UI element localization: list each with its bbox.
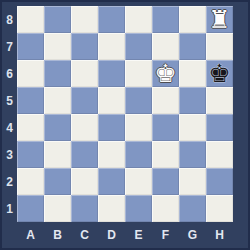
rank-label-4: 4 (2, 114, 17, 141)
file-label-f: F (152, 228, 179, 242)
file-label-a: A (17, 228, 44, 242)
square-d7[interactable] (98, 33, 125, 60)
square-f1[interactable] (152, 195, 179, 222)
file-label-c: C (71, 228, 98, 242)
square-d6[interactable] (98, 60, 125, 87)
square-c5[interactable] (71, 87, 98, 114)
square-g6[interactable] (179, 60, 206, 87)
square-b4[interactable] (44, 114, 71, 141)
rank-label-3: 3 (2, 141, 17, 168)
square-f3[interactable] (152, 141, 179, 168)
square-b2[interactable] (44, 168, 71, 195)
file-label-e: E (125, 228, 152, 242)
square-d2[interactable] (98, 168, 125, 195)
square-g5[interactable] (179, 87, 206, 114)
square-c8[interactable] (71, 6, 98, 33)
chess-diagram-frame: 87654321 ♜♚♚ ABCDEFGH (0, 0, 250, 250)
square-b8[interactable] (44, 6, 71, 33)
rank-label-7: 7 (2, 33, 17, 60)
square-e2[interactable] (125, 168, 152, 195)
square-a2[interactable] (17, 168, 44, 195)
file-label-d: D (98, 228, 125, 242)
square-e4[interactable] (125, 114, 152, 141)
chess-board: ♜♚♚ (17, 6, 233, 222)
white-king-f6[interactable]: ♚ (154, 60, 176, 87)
square-g7[interactable] (179, 33, 206, 60)
square-h1[interactable] (206, 195, 233, 222)
square-h6[interactable]: ♚ (206, 60, 233, 87)
square-c6[interactable] (71, 60, 98, 87)
square-d8[interactable] (98, 6, 125, 33)
square-h2[interactable] (206, 168, 233, 195)
square-f5[interactable] (152, 87, 179, 114)
square-e7[interactable] (125, 33, 152, 60)
square-h7[interactable] (206, 33, 233, 60)
square-a8[interactable] (17, 6, 44, 33)
file-label-g: G (179, 228, 206, 242)
square-g2[interactable] (179, 168, 206, 195)
square-c4[interactable] (71, 114, 98, 141)
square-c3[interactable] (71, 141, 98, 168)
rank-label-1: 1 (2, 195, 17, 222)
square-h4[interactable] (206, 114, 233, 141)
square-e6[interactable] (125, 60, 152, 87)
square-c2[interactable] (71, 168, 98, 195)
square-b1[interactable] (44, 195, 71, 222)
square-a6[interactable] (17, 60, 44, 87)
square-g8[interactable] (179, 6, 206, 33)
square-d3[interactable] (98, 141, 125, 168)
rank-label-8: 8 (2, 6, 17, 33)
black-king-h6[interactable]: ♚ (208, 60, 230, 87)
square-f2[interactable] (152, 168, 179, 195)
file-label-h: H (206, 228, 233, 242)
square-c1[interactable] (71, 195, 98, 222)
white-rook-h8[interactable]: ♜ (208, 6, 230, 33)
square-f8[interactable] (152, 6, 179, 33)
square-d5[interactable] (98, 87, 125, 114)
square-h5[interactable] (206, 87, 233, 114)
square-f6[interactable]: ♚ (152, 60, 179, 87)
square-g4[interactable] (179, 114, 206, 141)
square-d4[interactable] (98, 114, 125, 141)
square-a3[interactable] (17, 141, 44, 168)
square-e5[interactable] (125, 87, 152, 114)
square-a4[interactable] (17, 114, 44, 141)
square-c7[interactable] (71, 33, 98, 60)
square-a1[interactable] (17, 195, 44, 222)
square-g1[interactable] (179, 195, 206, 222)
square-e3[interactable] (125, 141, 152, 168)
square-h8[interactable]: ♜ (206, 6, 233, 33)
file-label-b: B (44, 228, 71, 242)
square-f4[interactable] (152, 114, 179, 141)
rank-label-5: 5 (2, 87, 17, 114)
rank-label-6: 6 (2, 60, 17, 87)
rank-labels: 87654321 (2, 6, 17, 222)
square-f7[interactable] (152, 33, 179, 60)
square-e1[interactable] (125, 195, 152, 222)
rank-label-2: 2 (2, 168, 17, 195)
square-b3[interactable] (44, 141, 71, 168)
square-h3[interactable] (206, 141, 233, 168)
square-b6[interactable] (44, 60, 71, 87)
square-g3[interactable] (179, 141, 206, 168)
square-d1[interactable] (98, 195, 125, 222)
square-b7[interactable] (44, 33, 71, 60)
square-e8[interactable] (125, 6, 152, 33)
file-labels: ABCDEFGH (17, 222, 233, 248)
square-a5[interactable] (17, 87, 44, 114)
square-b5[interactable] (44, 87, 71, 114)
square-a7[interactable] (17, 33, 44, 60)
